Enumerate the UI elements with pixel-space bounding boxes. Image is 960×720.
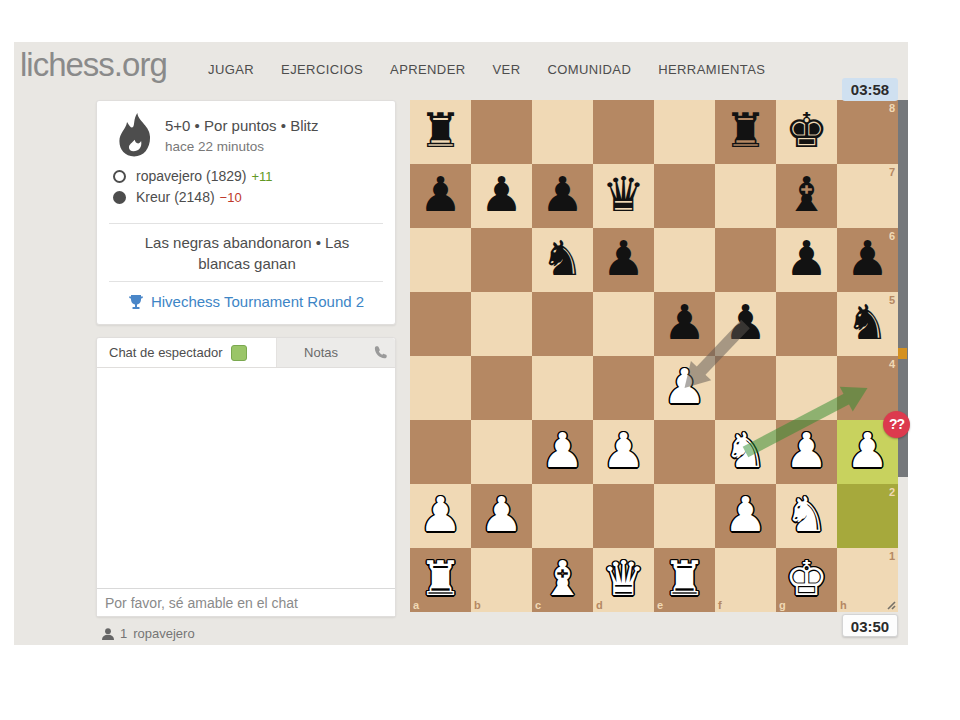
nav-item-ver[interactable]: VER [493, 62, 521, 77]
square-c3[interactable]: ♟ [532, 420, 593, 484]
square-f1[interactable]: f [715, 548, 776, 612]
black-rating-delta: −10 [220, 190, 242, 205]
square-a8[interactable]: ♜ [410, 100, 471, 164]
square-b2[interactable]: ♟ [471, 484, 532, 548]
tournament-link-row[interactable]: Hivechess Tournament Round 2 [97, 293, 395, 310]
square-b1[interactable]: b [471, 548, 532, 612]
square-f2[interactable]: ♟ [715, 484, 776, 548]
white-rook: ♜ [654, 546, 715, 610]
black-pawn: ♟ [532, 162, 593, 226]
white-pawn: ♟ [410, 482, 471, 546]
square-b4[interactable] [471, 356, 532, 420]
chat-messages-area [97, 368, 395, 588]
black-rook: ♜ [715, 98, 776, 162]
square-g7[interactable]: ♝ [776, 164, 837, 228]
white-bishop: ♝ [532, 546, 593, 610]
white-pawn: ♟ [654, 354, 715, 418]
square-a5[interactable] [410, 292, 471, 356]
chess-board: ♜♜♚8♟♟♟♛♝7♞♟♟♟6♟♟♞5♟4♟♟♞♟♟3♟♟♟♞2♜ab♝c♛d♜… [410, 100, 898, 612]
spectator-list: 1 ropavejero [102, 626, 195, 641]
white-queen: ♛ [593, 546, 654, 610]
white-player-row[interactable]: ropavejero (1829) +11 [113, 168, 273, 184]
board-resize-handle[interactable] [885, 599, 896, 610]
spectator-chat-label: Chat de espectador [109, 345, 222, 360]
square-e4[interactable]: ♟ [654, 356, 715, 420]
square-c6[interactable]: ♞ [532, 228, 593, 292]
square-f5[interactable]: ♟ [715, 292, 776, 356]
white-pawn: ♟ [715, 482, 776, 546]
black-king: ♚ [776, 98, 837, 162]
square-b7[interactable]: ♟ [471, 164, 532, 228]
blitz-flame-icon [115, 113, 157, 159]
time-ago-label: hace 22 minutos [165, 139, 264, 154]
square-c8[interactable] [532, 100, 593, 164]
white-rook: ♜ [410, 546, 471, 610]
square-d2[interactable] [593, 484, 654, 548]
square-h5[interactable]: ♞5 [837, 292, 898, 356]
rank-label-5: 5 [889, 294, 895, 306]
game-result-text: Las negras abandonaron • Las blancas gan… [117, 232, 377, 274]
square-g4[interactable] [776, 356, 837, 420]
nav-item-herramientas[interactable]: HERRAMIENTAS [658, 62, 765, 77]
square-b8[interactable] [471, 100, 532, 164]
divider [109, 223, 383, 224]
lichess-logo[interactable]: lichess.org [20, 46, 167, 84]
time-control-label: 5+0 • Por puntos • Blitz [165, 117, 319, 134]
chat-input[interactable] [97, 588, 395, 616]
file-label-b: b [474, 599, 481, 611]
white-player-name: ropavejero [136, 168, 202, 184]
black-player-row[interactable]: Kreur (2148) −10 [113, 189, 242, 205]
black-pawn: ♟ [471, 162, 532, 226]
rank-label-7: 7 [889, 166, 895, 178]
spectator-name[interactable]: ropavejero [133, 626, 194, 641]
black-rook: ♜ [410, 98, 471, 162]
chat-toggle[interactable] [231, 345, 247, 361]
chat-panel: Chat de espectador Notas [96, 337, 396, 617]
square-b6[interactable] [471, 228, 532, 292]
square-c5[interactable] [532, 292, 593, 356]
person-icon [102, 628, 114, 640]
black-player-name: Kreur [136, 189, 170, 205]
square-a7[interactable]: ♟ [410, 164, 471, 228]
square-g1[interactable]: ♚g [776, 548, 837, 612]
white-king: ♚ [776, 546, 837, 610]
tab-notes[interactable]: Notas [277, 338, 365, 367]
square-a3[interactable] [410, 420, 471, 484]
nav-item-comunidad[interactable]: COMUNIDAD [547, 62, 631, 77]
file-label-h: h [840, 599, 847, 611]
white-knight: ♞ [715, 418, 776, 482]
square-d5[interactable] [593, 292, 654, 356]
square-d8[interactable] [593, 100, 654, 164]
phone-icon[interactable] [365, 338, 395, 367]
black-bishop: ♝ [776, 162, 837, 226]
file-label-c: c [535, 599, 541, 611]
black-queen: ♛ [593, 162, 654, 226]
tab-spectator-chat[interactable]: Chat de espectador [97, 338, 277, 367]
white-rating-delta: +11 [252, 169, 273, 184]
top-nav: JUGAR EJERCICIOS APRENDER VER COMUNIDAD … [208, 62, 765, 77]
square-a6[interactable] [410, 228, 471, 292]
square-e3[interactable] [654, 420, 715, 484]
square-b3[interactable] [471, 420, 532, 484]
black-color-icon [113, 191, 126, 204]
page: lichess.org JUGAR EJERCICIOS APRENDER VE… [0, 0, 960, 720]
black-pawn: ♟ [410, 162, 471, 226]
square-g6[interactable]: ♟ [776, 228, 837, 292]
file-label-a: a [413, 599, 419, 611]
scrollbar-orange-mark [898, 348, 907, 359]
white-pawn: ♟ [776, 418, 837, 482]
white-pawn: ♟ [593, 418, 654, 482]
black-knight: ♞ [837, 290, 898, 354]
divider [109, 281, 383, 282]
black-pawn: ♟ [837, 226, 898, 290]
square-a4[interactable] [410, 356, 471, 420]
square-e6[interactable] [654, 228, 715, 292]
square-e2[interactable] [654, 484, 715, 548]
trophy-icon [128, 294, 144, 310]
white-knight: ♞ [776, 482, 837, 546]
black-pawn: ♟ [776, 226, 837, 290]
square-g8[interactable]: ♚ [776, 100, 837, 164]
square-g3[interactable]: ♟ [776, 420, 837, 484]
white-clock: 03:50 [842, 614, 898, 637]
square-c4[interactable] [532, 356, 593, 420]
square-h8[interactable]: 8 [837, 100, 898, 164]
square-g2[interactable]: ♞ [776, 484, 837, 548]
square-f7[interactable] [715, 164, 776, 228]
square-f3[interactable]: ♞ [715, 420, 776, 484]
rank-label-6: 6 [889, 230, 895, 242]
rank-label-8: 8 [889, 102, 895, 114]
square-f8[interactable]: ♜ [715, 100, 776, 164]
tournament-link[interactable]: Hivechess Tournament Round 2 [151, 293, 364, 310]
rank-label-2: 2 [889, 486, 895, 498]
square-h4[interactable]: 4 [837, 356, 898, 420]
square-a1[interactable]: ♜a [410, 548, 471, 612]
chess-board-wrap: ♜♜♚8♟♟♟♛♝7♞♟♟♟6♟♟♞5♟4♟♟♞♟♟3♟♟♟♞2♜ab♝c♛d♜… [410, 100, 898, 612]
square-a2[interactable]: ♟ [410, 484, 471, 548]
black-pawn: ♟ [593, 226, 654, 290]
file-label-f: f [718, 599, 722, 611]
square-g5[interactable] [776, 292, 837, 356]
square-h6[interactable]: ♟6 [837, 228, 898, 292]
black-pawn: ♟ [715, 290, 776, 354]
square-e7[interactable] [654, 164, 715, 228]
black-player-rating: (2148) [174, 189, 214, 205]
square-d3[interactable]: ♟ [593, 420, 654, 484]
square-c2[interactable] [532, 484, 593, 548]
black-knight: ♞ [532, 226, 593, 290]
game-info-card: 5+0 • Por puntos • Blitz hace 22 minutos… [96, 100, 396, 325]
chat-header: Chat de espectador Notas [97, 338, 395, 368]
spectator-count: 1 [120, 626, 127, 641]
square-b5[interactable] [471, 292, 532, 356]
square-e8[interactable] [654, 100, 715, 164]
nav-item-jugar[interactable]: JUGAR [208, 62, 254, 77]
square-c7[interactable]: ♟ [532, 164, 593, 228]
nav-item-ejercicios[interactable]: EJERCICIOS [281, 62, 363, 77]
square-e1[interactable]: ♜e [654, 548, 715, 612]
rank-label-1: 1 [889, 550, 895, 562]
white-color-icon [113, 170, 126, 183]
square-f4[interactable] [715, 356, 776, 420]
square-d1[interactable]: ♛d [593, 548, 654, 612]
square-e5[interactable]: ♟ [654, 292, 715, 356]
square-d6[interactable]: ♟ [593, 228, 654, 292]
file-label-d: d [596, 599, 603, 611]
white-pawn: ♟ [532, 418, 593, 482]
white-player-rating: (1829) [206, 168, 246, 184]
file-label-e: e [657, 599, 663, 611]
square-h7[interactable]: 7 [837, 164, 898, 228]
main-content: lichess.org JUGAR EJERCICIOS APRENDER VE… [14, 42, 908, 645]
black-pawn: ♟ [654, 290, 715, 354]
square-d4[interactable] [593, 356, 654, 420]
nav-item-aprender[interactable]: APRENDER [390, 62, 465, 77]
square-c1[interactable]: ♝c [532, 548, 593, 612]
blunder-badge: ?? [883, 411, 910, 438]
black-clock: 03:58 [842, 78, 898, 101]
file-label-g: g [779, 599, 786, 611]
square-h2[interactable]: 2 [837, 484, 898, 548]
white-pawn: ♟ [471, 482, 532, 546]
rank-label-4: 4 [889, 358, 895, 370]
square-d7[interactable]: ♛ [593, 164, 654, 228]
square-f6[interactable] [715, 228, 776, 292]
